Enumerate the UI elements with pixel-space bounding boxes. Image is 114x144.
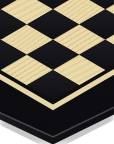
chessboard-photo: [0, 0, 114, 144]
